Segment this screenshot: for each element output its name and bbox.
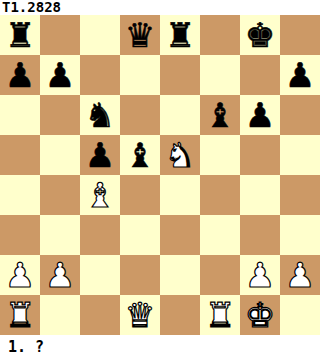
square-b5[interactable] (40, 135, 80, 175)
square-d5[interactable]: ♝ (120, 135, 160, 175)
square-g5[interactable] (240, 135, 280, 175)
square-b7[interactable]: ♟ (40, 55, 80, 95)
white-bishop[interactable]: ♝ (85, 175, 115, 215)
square-h2[interactable]: ♟ (280, 255, 320, 295)
square-c2[interactable] (80, 255, 120, 295)
square-g2[interactable]: ♟ (240, 255, 280, 295)
black-pawn[interactable]: ♟ (85, 135, 115, 175)
square-h4[interactable] (280, 175, 320, 215)
square-g6[interactable]: ♟ (240, 95, 280, 135)
square-a1[interactable]: ♜ (0, 295, 40, 335)
move-prompt: 1. ? (8, 336, 44, 360)
chess-board: ♜♛♜♚♟♟♟♞♝♟♟♝♞♝♟♟♟♟♜♛♜♚ (0, 15, 320, 335)
white-pawn[interactable]: ♟ (245, 255, 275, 295)
square-c4[interactable]: ♝ (80, 175, 120, 215)
square-e5[interactable]: ♞ (160, 135, 200, 175)
square-f5[interactable] (200, 135, 240, 175)
square-d3[interactable] (120, 215, 160, 255)
square-c8[interactable] (80, 15, 120, 55)
square-e2[interactable] (160, 255, 200, 295)
square-c7[interactable] (80, 55, 120, 95)
white-pawn[interactable]: ♟ (5, 255, 35, 295)
white-king[interactable]: ♚ (245, 295, 275, 335)
square-h7[interactable]: ♟ (280, 55, 320, 95)
square-h3[interactable] (280, 215, 320, 255)
white-knight[interactable]: ♞ (165, 135, 195, 175)
square-b8[interactable] (40, 15, 80, 55)
square-b6[interactable] (40, 95, 80, 135)
square-a3[interactable] (0, 215, 40, 255)
square-g3[interactable] (240, 215, 280, 255)
square-e1[interactable] (160, 295, 200, 335)
square-e7[interactable] (160, 55, 200, 95)
square-h6[interactable] (280, 95, 320, 135)
square-a7[interactable]: ♟ (0, 55, 40, 95)
square-e4[interactable] (160, 175, 200, 215)
square-c3[interactable] (80, 215, 120, 255)
square-g7[interactable] (240, 55, 280, 95)
square-f1[interactable]: ♜ (200, 295, 240, 335)
square-b3[interactable] (40, 215, 80, 255)
square-e6[interactable] (160, 95, 200, 135)
square-b2[interactable]: ♟ (40, 255, 80, 295)
square-a8[interactable]: ♜ (0, 15, 40, 55)
black-bishop[interactable]: ♝ (125, 135, 155, 175)
black-knight[interactable]: ♞ (85, 95, 115, 135)
square-a2[interactable]: ♟ (0, 255, 40, 295)
square-g8[interactable]: ♚ (240, 15, 280, 55)
square-a4[interactable] (0, 175, 40, 215)
black-bishop[interactable]: ♝ (205, 95, 235, 135)
black-rook[interactable]: ♜ (165, 15, 195, 55)
black-pawn[interactable]: ♟ (5, 55, 35, 95)
square-d4[interactable] (120, 175, 160, 215)
square-d1[interactable]: ♛ (120, 295, 160, 335)
square-g1[interactable]: ♚ (240, 295, 280, 335)
black-king[interactable]: ♚ (245, 15, 275, 55)
square-h8[interactable] (280, 15, 320, 55)
square-c5[interactable]: ♟ (80, 135, 120, 175)
square-d7[interactable] (120, 55, 160, 95)
square-f8[interactable] (200, 15, 240, 55)
square-a5[interactable] (0, 135, 40, 175)
square-a6[interactable] (0, 95, 40, 135)
square-f7[interactable] (200, 55, 240, 95)
black-pawn[interactable]: ♟ (45, 55, 75, 95)
black-pawn[interactable]: ♟ (285, 55, 315, 95)
square-f2[interactable] (200, 255, 240, 295)
square-f3[interactable] (200, 215, 240, 255)
square-f6[interactable]: ♝ (200, 95, 240, 135)
white-pawn[interactable]: ♟ (285, 255, 315, 295)
white-rook[interactable]: ♜ (205, 295, 235, 335)
puzzle-title: T1.2828 (2, 0, 61, 15)
square-b4[interactable] (40, 175, 80, 215)
square-e8[interactable]: ♜ (160, 15, 200, 55)
black-queen[interactable]: ♛ (125, 15, 155, 55)
square-c1[interactable] (80, 295, 120, 335)
square-d2[interactable] (120, 255, 160, 295)
square-g4[interactable] (240, 175, 280, 215)
white-pawn[interactable]: ♟ (45, 255, 75, 295)
black-rook[interactable]: ♜ (5, 15, 35, 55)
square-e3[interactable] (160, 215, 200, 255)
square-c6[interactable]: ♞ (80, 95, 120, 135)
square-h1[interactable] (280, 295, 320, 335)
square-h5[interactable] (280, 135, 320, 175)
white-queen[interactable]: ♛ (125, 295, 155, 335)
white-rook[interactable]: ♜ (5, 295, 35, 335)
square-f4[interactable] (200, 175, 240, 215)
square-d6[interactable] (120, 95, 160, 135)
black-pawn[interactable]: ♟ (245, 95, 275, 135)
square-b1[interactable] (40, 295, 80, 335)
chess-puzzle-app: T1.2828 ♜♛♜♚♟♟♟♞♝♟♟♝♞♝♟♟♟♟♜♛♜♚ 1. ? (0, 0, 320, 360)
square-d8[interactable]: ♛ (120, 15, 160, 55)
